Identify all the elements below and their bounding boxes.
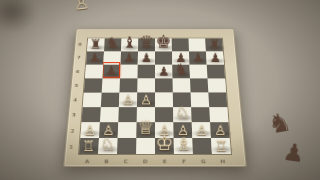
file-label-e: E: [155, 158, 174, 164]
square-d5[interactable]: [137, 78, 155, 92]
square-g5[interactable]: [190, 78, 208, 92]
piece-stand: ♙: [140, 93, 152, 106]
square-a7[interactable]: ♟: [86, 51, 104, 64]
square-e4[interactable]: [155, 93, 173, 108]
piece-white-queen-d2[interactable]: ♕: [137, 118, 154, 137]
square-c3[interactable]: [118, 107, 137, 122]
square-a1[interactable]: ♖: [79, 138, 99, 154]
piece-stand: ♟: [192, 52, 203, 64]
piece-stand: ♚: [155, 33, 171, 51]
square-a3[interactable]: [82, 107, 101, 122]
square-b1[interactable]: ♘: [98, 138, 118, 154]
piece-stand: ♟: [210, 52, 221, 64]
table-piece-black-knight: ♞: [266, 108, 293, 138]
board-scene: ♜♞♝♛♚♜♟♟♟♟♟♟♟♟♞♙♙♘♙♙♕♙♙♙♙♖♘♔♗♖ ABCDEFGH …: [69, 4, 239, 174]
square-b3[interactable]: [100, 107, 119, 122]
square-b4[interactable]: [101, 93, 120, 108]
square-h8[interactable]: ♜: [205, 38, 223, 51]
piece-white-pawn-h2[interactable]: ♙: [214, 124, 226, 137]
piece-stand: ♞: [106, 36, 120, 51]
square-f6[interactable]: ♞: [172, 65, 190, 79]
square-a8[interactable]: ♜: [87, 38, 105, 51]
square-g4[interactable]: [191, 93, 210, 108]
piece-white-knight-f3[interactable]: ♘: [175, 105, 190, 121]
piece-stand: ♙: [214, 124, 226, 137]
square-e7[interactable]: [155, 51, 172, 64]
square-a4[interactable]: [83, 93, 102, 108]
square-d2[interactable]: ♕: [136, 122, 155, 138]
file-label-f: F: [174, 158, 194, 164]
square-f5[interactable]: [173, 78, 191, 92]
square-f8[interactable]: [172, 38, 189, 51]
square-c6[interactable]: [120, 65, 138, 79]
piece-black-king-e8[interactable]: ♚: [155, 33, 171, 51]
piece-black-pawn-h7[interactable]: ♟: [210, 52, 221, 64]
rank-label-4: 4: [73, 93, 78, 108]
square-g1[interactable]: [192, 138, 212, 154]
table-piece-white-pawn: ♙: [73, 0, 90, 13]
square-b8[interactable]: ♞: [104, 38, 121, 51]
rank-label-5: 5: [74, 78, 79, 92]
piece-white-pawn-a2[interactable]: ♙: [84, 124, 96, 137]
piece-stand: ♟: [123, 52, 134, 64]
square-e3[interactable]: [155, 107, 173, 122]
square-h3[interactable]: [209, 107, 228, 122]
piece-stand: ♘: [100, 136, 115, 153]
square-f3[interactable]: ♘: [173, 107, 192, 122]
square-d6[interactable]: [137, 65, 155, 79]
piece-stand: ♟: [141, 52, 152, 64]
file-label-g: G: [194, 158, 214, 164]
piece-stand: ♗: [176, 136, 192, 153]
chess-board[interactable]: ♜♞♝♛♚♜♟♟♟♟♟♟♟♟♞♙♙♘♙♙♕♙♙♙♙♖♘♔♗♖: [78, 38, 232, 155]
piece-stand: ♖: [82, 138, 95, 153]
square-b5[interactable]: [102, 78, 120, 92]
piece-stand: ♛: [139, 34, 154, 51]
piece-stand: ♘: [175, 105, 190, 121]
square-e6[interactable]: ♟: [155, 65, 173, 79]
rank-label-2: 2: [70, 123, 75, 139]
square-e5[interactable]: [155, 78, 173, 92]
rank-label-1: 1: [68, 139, 73, 155]
last-move-highlight: ♟: [103, 62, 120, 78]
square-g8[interactable]: [188, 38, 205, 51]
piece-black-pawn-d7[interactable]: ♟: [141, 52, 152, 64]
square-a6[interactable]: [85, 65, 103, 79]
square-g2[interactable]: ♙: [192, 122, 211, 138]
piece-stand: ♙: [195, 124, 207, 137]
piece-stand: ♞: [174, 62, 188, 78]
square-e8[interactable]: ♚: [155, 38, 172, 51]
rank-label-3: 3: [71, 107, 76, 122]
rank-label-7: 7: [76, 51, 81, 64]
piece-stand: ♟: [89, 52, 100, 64]
piece-white-pawn-c4[interactable]: ♙: [122, 93, 134, 106]
square-d1[interactable]: [136, 138, 155, 154]
piece-black-bishop-c8[interactable]: ♝: [123, 35, 137, 51]
square-c8[interactable]: ♝: [121, 38, 138, 51]
file-label-a: A: [77, 158, 97, 164]
piece-black-pawn-g7[interactable]: ♟: [192, 52, 203, 64]
piece-stand: ♜: [90, 37, 102, 50]
piece-stand: ♔: [156, 133, 174, 153]
square-c5[interactable]: [119, 78, 137, 92]
square-h7[interactable]: ♟: [206, 51, 224, 64]
piece-black-rook-a8[interactable]: ♜: [90, 37, 102, 50]
piece-black-knight-f6[interactable]: ♞: [174, 62, 188, 78]
square-h5[interactable]: [208, 78, 227, 92]
piece-black-pawn-e6[interactable]: ♟: [158, 65, 169, 78]
piece-stand: ♜: [208, 37, 220, 50]
square-c4[interactable]: ♙: [119, 93, 137, 108]
square-g6[interactable]: [189, 65, 207, 79]
piece-stand: ♝: [123, 35, 137, 51]
rank-label-6: 6: [75, 64, 80, 78]
piece-stand: ♕: [137, 118, 154, 137]
table-shadow: [0, 0, 38, 34]
square-c7[interactable]: ♟: [121, 51, 139, 64]
piece-black-rook-h8[interactable]: ♜: [208, 37, 220, 50]
piece-black-pawn-c7[interactable]: ♟: [124, 52, 135, 64]
table-piece-black-pawn: ♟: [281, 140, 306, 167]
piece-stand: ♖: [215, 138, 228, 153]
square-h2[interactable]: ♙: [210, 122, 230, 138]
square-a2[interactable]: ♙: [80, 122, 100, 138]
piece-black-pawn-a7[interactable]: ♟: [89, 52, 100, 64]
piece-black-pawn-b6[interactable]: ♟: [106, 64, 117, 77]
square-c1[interactable]: [117, 138, 136, 154]
square-d7[interactable]: ♟: [138, 51, 155, 64]
game-scene: ♜♞♝♛♚♜♟♟♟♟♟♟♟♟♞♙♙♘♙♙♕♙♙♙♙♖♘♔♗♖ ABCDEFGH …: [0, 0, 320, 180]
piece-white-king-e1[interactable]: ♔: [156, 133, 174, 153]
piece-black-queen-d8[interactable]: ♛: [139, 34, 154, 51]
square-d4[interactable]: ♙: [137, 93, 155, 108]
square-h1[interactable]: ♖: [211, 138, 231, 154]
file-label-d: D: [136, 158, 155, 164]
square-a5[interactable]: [84, 78, 103, 92]
square-g3[interactable]: [191, 107, 210, 122]
file-label-c: C: [116, 158, 136, 164]
square-b6[interactable]: ♟: [102, 65, 120, 79]
square-d8[interactable]: ♛: [138, 38, 155, 51]
piece-stand: ♙: [122, 93, 134, 106]
square-f1[interactable]: ♗: [174, 138, 193, 154]
square-h4[interactable]: [208, 93, 227, 108]
piece-white-pawn-d4[interactable]: ♙: [140, 93, 152, 106]
piece-stand: ♙: [84, 124, 96, 137]
piece-white-pawn-g2[interactable]: ♙: [196, 124, 208, 137]
file-labels: ABCDEFGH: [77, 158, 232, 164]
piece-white-knight-b1[interactable]: ♘: [100, 136, 115, 153]
rank-label-8: 8: [78, 38, 83, 51]
board-frame: ♜♞♝♛♚♜♟♟♟♟♟♟♟♟♞♙♙♘♙♙♕♙♙♙♙♖♘♔♗♖ ABCDEFGH …: [63, 29, 247, 167]
square-h6[interactable]: [207, 65, 225, 79]
piece-white-rook-a1[interactable]: ♖: [82, 138, 95, 153]
piece-black-knight-b8[interactable]: ♞: [106, 36, 120, 51]
piece-stand: ♟: [158, 65, 170, 78]
file-label-b: B: [97, 158, 117, 164]
piece-white-rook-h1[interactable]: ♖: [215, 138, 228, 153]
file-label-h: H: [213, 158, 233, 164]
square-g7[interactable]: ♟: [189, 51, 207, 64]
piece-white-bishop-f1[interactable]: ♗: [176, 136, 192, 153]
square-c2[interactable]: [118, 122, 137, 138]
square-e1[interactable]: ♔: [155, 138, 174, 154]
